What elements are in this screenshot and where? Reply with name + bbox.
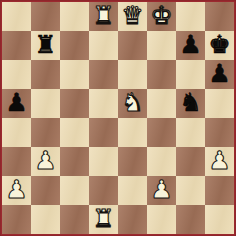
square-d5[interactable] [89, 89, 118, 118]
square-h7[interactable]: ♚ [205, 31, 234, 60]
square-c5[interactable] [60, 89, 89, 118]
square-d3[interactable] [89, 147, 118, 176]
square-d2[interactable] [89, 176, 118, 205]
square-h6[interactable]: ♟ [205, 60, 234, 89]
square-d6[interactable] [89, 60, 118, 89]
square-b4[interactable] [31, 118, 60, 147]
square-a4[interactable] [2, 118, 31, 147]
square-d7[interactable] [89, 31, 118, 60]
square-b2[interactable] [31, 176, 60, 205]
black-pawn-piece: ♟ [208, 59, 230, 88]
white-pawn-piece: ♟ [150, 175, 172, 204]
square-e7[interactable] [118, 31, 147, 60]
square-b7[interactable]: ♜ [31, 31, 60, 60]
square-b5[interactable] [31, 89, 60, 118]
chess-board-frame: ♜♛♚♜♟♚♟♟♞♞♟♟♟♟♜ [0, 0, 236, 236]
square-c8[interactable] [60, 2, 89, 31]
square-e4[interactable] [118, 118, 147, 147]
square-h5[interactable] [205, 89, 234, 118]
square-g6[interactable] [176, 60, 205, 89]
white-queen-piece: ♛ [121, 1, 143, 30]
black-rook-piece: ♜ [34, 30, 56, 59]
square-g1[interactable] [176, 205, 205, 234]
square-b3[interactable]: ♟ [31, 147, 60, 176]
square-f4[interactable] [147, 118, 176, 147]
square-f8[interactable]: ♚ [147, 2, 176, 31]
square-g7[interactable]: ♟ [176, 31, 205, 60]
chess-board: ♜♛♚♜♟♚♟♟♞♞♟♟♟♟♜ [2, 2, 234, 234]
square-e8[interactable]: ♛ [118, 2, 147, 31]
square-g2[interactable] [176, 176, 205, 205]
square-f6[interactable] [147, 60, 176, 89]
square-b6[interactable] [31, 60, 60, 89]
white-pawn-piece: ♟ [208, 146, 230, 175]
white-knight-piece: ♞ [121, 88, 143, 117]
square-f5[interactable] [147, 89, 176, 118]
square-g4[interactable] [176, 118, 205, 147]
square-f7[interactable] [147, 31, 176, 60]
square-b1[interactable] [31, 205, 60, 234]
black-king-piece: ♚ [208, 30, 230, 59]
square-a7[interactable] [2, 31, 31, 60]
square-a2[interactable]: ♟ [2, 176, 31, 205]
square-f2[interactable]: ♟ [147, 176, 176, 205]
square-a3[interactable] [2, 147, 31, 176]
square-e2[interactable] [118, 176, 147, 205]
white-pawn-piece: ♟ [34, 146, 56, 175]
square-a5[interactable]: ♟ [2, 89, 31, 118]
square-e3[interactable] [118, 147, 147, 176]
square-h3[interactable]: ♟ [205, 147, 234, 176]
square-d1[interactable]: ♜ [89, 205, 118, 234]
white-rook-piece: ♜ [92, 1, 114, 30]
black-pawn-piece: ♟ [5, 88, 27, 117]
square-e6[interactable] [118, 60, 147, 89]
square-c2[interactable] [60, 176, 89, 205]
square-a1[interactable] [2, 205, 31, 234]
square-g3[interactable] [176, 147, 205, 176]
square-h2[interactable] [205, 176, 234, 205]
square-a6[interactable] [2, 60, 31, 89]
square-g5[interactable]: ♞ [176, 89, 205, 118]
square-c7[interactable] [60, 31, 89, 60]
square-a8[interactable] [2, 2, 31, 31]
square-e1[interactable] [118, 205, 147, 234]
square-b8[interactable] [31, 2, 60, 31]
square-c6[interactable] [60, 60, 89, 89]
white-pawn-piece: ♟ [5, 175, 27, 204]
white-rook-piece: ♜ [92, 204, 114, 233]
square-e5[interactable]: ♞ [118, 89, 147, 118]
square-f1[interactable] [147, 205, 176, 234]
black-knight-piece: ♞ [179, 88, 201, 117]
square-c3[interactable] [60, 147, 89, 176]
square-h4[interactable] [205, 118, 234, 147]
square-h1[interactable] [205, 205, 234, 234]
black-pawn-piece: ♟ [179, 30, 201, 59]
square-c1[interactable] [60, 205, 89, 234]
square-h8[interactable] [205, 2, 234, 31]
square-f3[interactable] [147, 147, 176, 176]
square-d4[interactable] [89, 118, 118, 147]
square-d8[interactable]: ♜ [89, 2, 118, 31]
white-king-piece: ♚ [150, 1, 172, 30]
square-c4[interactable] [60, 118, 89, 147]
square-g8[interactable] [176, 2, 205, 31]
